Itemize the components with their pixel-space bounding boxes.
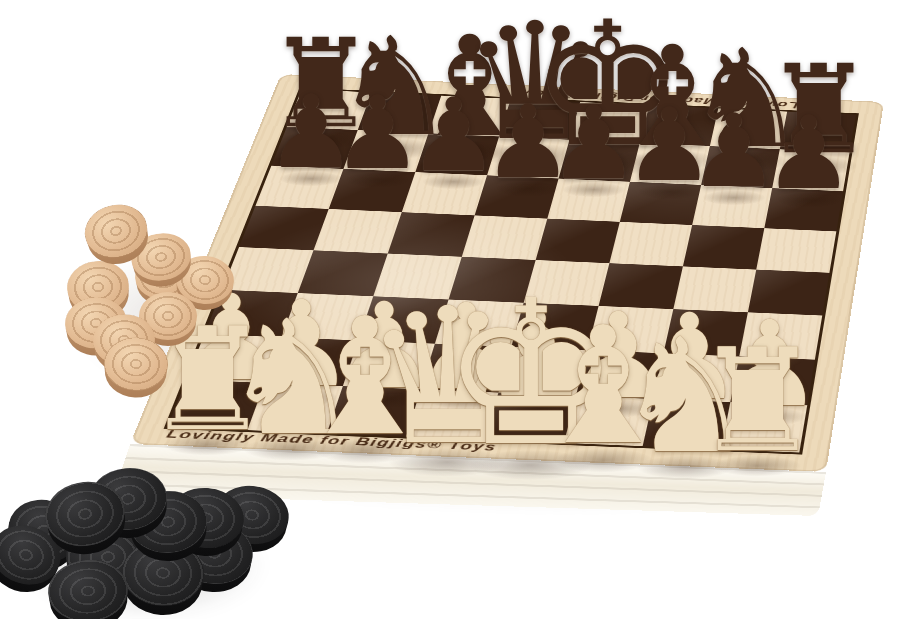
checker-light[interactable] [103,336,169,391]
square-h4[interactable] [748,270,830,316]
square-c4[interactable] [373,254,462,300]
square-d3[interactable] [435,300,524,347]
square-e7[interactable] [559,140,640,182]
square-e8[interactable] [569,102,649,143]
square-d8[interactable] [499,99,580,140]
checker-dark[interactable] [40,476,130,553]
square-f1[interactable] [564,396,653,446]
square-c3[interactable] [358,296,448,343]
square-e4[interactable] [524,260,610,306]
square-h1[interactable] [721,402,807,452]
square-f4[interactable] [599,263,683,309]
square-d6[interactable] [475,175,559,218]
square-h7[interactable] [772,149,849,191]
square-h5[interactable] [756,228,836,273]
square-d2[interactable] [421,344,512,393]
square-h3[interactable] [739,312,822,359]
square-h6[interactable] [764,188,843,231]
square-h8[interactable] [780,112,856,153]
square-e2[interactable] [498,347,587,396]
square-g3[interactable] [663,309,747,356]
square-d4[interactable] [449,257,536,303]
square-f6[interactable] [620,182,701,225]
square-g1[interactable] [643,399,731,449]
square-g6[interactable] [692,185,772,228]
checker-face [46,557,130,619]
square-e6[interactable] [547,179,630,222]
square-c2[interactable] [343,340,435,389]
square-d5[interactable] [462,215,548,260]
square-c6[interactable] [402,172,487,215]
square-g7[interactable] [701,146,780,188]
square-f3[interactable] [587,306,673,353]
square-f7[interactable] [630,143,710,185]
scene: Lovingly Made for Bigjigs® Toys Lovingly… [0,0,900,619]
square-c5[interactable] [388,212,475,257]
square-g4[interactable] [673,266,756,312]
square-g8[interactable] [710,108,787,149]
square-e1[interactable] [485,393,576,443]
square-d1[interactable] [406,389,498,439]
square-c7[interactable] [415,133,499,175]
square-e5[interactable] [536,219,620,264]
square-b5[interactable] [314,209,402,254]
square-d7[interactable] [487,136,569,178]
square-e3[interactable] [511,303,598,350]
square-f2[interactable] [576,350,664,399]
square-f5[interactable] [609,222,692,267]
board-grid [164,88,859,455]
square-b8[interactable] [358,92,442,133]
checker-dark[interactable] [46,557,130,619]
square-g2[interactable] [653,353,739,402]
square-b7[interactable] [343,130,428,172]
square-b4[interactable] [298,250,388,296]
square-c8[interactable] [428,96,510,137]
square-b6[interactable] [329,169,416,212]
square-g5[interactable] [683,225,764,270]
square-h2[interactable] [730,356,815,405]
chess-board: Lovingly Made for Bigjigs® Toys Lovingly… [130,74,884,472]
square-f8[interactable] [640,105,719,146]
square-c1[interactable] [327,386,421,436]
